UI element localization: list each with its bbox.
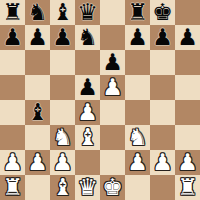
chess-board: ♜♞♝♛♜♚♟♟♟♞♟♟♟♟♟♟♝♟♞♝♞♟♟♟♟♟♟♜♝♛♚♜ (0, 0, 200, 200)
black-rook: ♜ (127, 0, 148, 25)
square-b6[interactable] (25, 50, 50, 75)
square-b3[interactable] (25, 125, 50, 150)
square-d2[interactable] (75, 150, 100, 175)
square-c6[interactable] (50, 50, 75, 75)
white-rook: ♜ (177, 175, 198, 200)
square-e6[interactable]: ♟ (100, 50, 125, 75)
white-pawn: ♟ (152, 150, 173, 175)
black-bishop: ♝ (27, 100, 48, 125)
square-e8[interactable] (100, 0, 125, 25)
white-pawn: ♟ (52, 150, 73, 175)
square-a8[interactable]: ♜ (0, 0, 25, 25)
square-f3[interactable]: ♞ (125, 125, 150, 150)
square-b7[interactable]: ♟ (25, 25, 50, 50)
square-f1[interactable] (125, 175, 150, 200)
black-rook: ♜ (2, 0, 23, 25)
square-c1[interactable]: ♝ (50, 175, 75, 200)
white-knight: ♞ (127, 125, 148, 150)
black-pawn: ♟ (77, 75, 98, 100)
black-bishop: ♝ (52, 0, 73, 25)
white-queen: ♛ (77, 175, 98, 200)
black-pawn: ♟ (102, 50, 123, 75)
square-c8[interactable]: ♝ (50, 0, 75, 25)
square-c2[interactable]: ♟ (50, 150, 75, 175)
square-h6[interactable] (175, 50, 200, 75)
square-g4[interactable] (150, 100, 175, 125)
square-a4[interactable] (0, 100, 25, 125)
square-c3[interactable]: ♞ (50, 125, 75, 150)
square-g7[interactable]: ♟ (150, 25, 175, 50)
square-e3[interactable] (100, 125, 125, 150)
square-b1[interactable] (25, 175, 50, 200)
black-knight: ♞ (77, 25, 98, 50)
black-pawn: ♟ (152, 25, 173, 50)
square-b5[interactable] (25, 75, 50, 100)
square-g8[interactable]: ♚ (150, 0, 175, 25)
white-pawn: ♟ (127, 150, 148, 175)
white-rook: ♜ (2, 175, 23, 200)
black-pawn: ♟ (52, 25, 73, 50)
square-f2[interactable]: ♟ (125, 150, 150, 175)
square-g3[interactable] (150, 125, 175, 150)
square-h1[interactable]: ♜ (175, 175, 200, 200)
white-bishop: ♝ (52, 175, 73, 200)
square-c5[interactable] (50, 75, 75, 100)
white-pawn: ♟ (77, 100, 98, 125)
white-king: ♚ (102, 175, 123, 200)
square-e1[interactable]: ♚ (100, 175, 125, 200)
square-h8[interactable] (175, 0, 200, 25)
white-pawn: ♟ (102, 75, 123, 100)
square-e5[interactable]: ♟ (100, 75, 125, 100)
square-e2[interactable] (100, 150, 125, 175)
square-d5[interactable]: ♟ (75, 75, 100, 100)
square-a2[interactable]: ♟ (0, 150, 25, 175)
square-f6[interactable] (125, 50, 150, 75)
square-d6[interactable] (75, 50, 100, 75)
black-knight: ♞ (27, 0, 48, 25)
square-a7[interactable]: ♟ (0, 25, 25, 50)
square-a6[interactable] (0, 50, 25, 75)
square-a3[interactable] (0, 125, 25, 150)
black-queen: ♛ (77, 0, 98, 25)
white-pawn: ♟ (177, 150, 198, 175)
square-h5[interactable] (175, 75, 200, 100)
square-d8[interactable]: ♛ (75, 0, 100, 25)
black-pawn: ♟ (177, 25, 198, 50)
black-king: ♚ (152, 0, 173, 25)
square-h2[interactable]: ♟ (175, 150, 200, 175)
white-knight: ♞ (52, 125, 73, 150)
square-b2[interactable]: ♟ (25, 150, 50, 175)
square-d3[interactable]: ♝ (75, 125, 100, 150)
square-d7[interactable]: ♞ (75, 25, 100, 50)
square-e7[interactable] (100, 25, 125, 50)
square-f8[interactable]: ♜ (125, 0, 150, 25)
square-g5[interactable] (150, 75, 175, 100)
square-f4[interactable] (125, 100, 150, 125)
white-pawn: ♟ (27, 150, 48, 175)
square-h4[interactable] (175, 100, 200, 125)
square-h3[interactable] (175, 125, 200, 150)
square-h7[interactable]: ♟ (175, 25, 200, 50)
square-f7[interactable]: ♟ (125, 25, 150, 50)
square-g6[interactable] (150, 50, 175, 75)
square-b8[interactable]: ♞ (25, 0, 50, 25)
black-pawn: ♟ (127, 25, 148, 50)
square-d1[interactable]: ♛ (75, 175, 100, 200)
square-g1[interactable] (150, 175, 175, 200)
square-c4[interactable] (50, 100, 75, 125)
square-c7[interactable]: ♟ (50, 25, 75, 50)
white-bishop: ♝ (77, 125, 98, 150)
square-a1[interactable]: ♜ (0, 175, 25, 200)
square-f5[interactable] (125, 75, 150, 100)
square-a5[interactable] (0, 75, 25, 100)
black-pawn: ♟ (2, 25, 23, 50)
square-d4[interactable]: ♟ (75, 100, 100, 125)
black-pawn: ♟ (27, 25, 48, 50)
white-pawn: ♟ (2, 150, 23, 175)
square-g2[interactable]: ♟ (150, 150, 175, 175)
square-e4[interactable] (100, 100, 125, 125)
square-b4[interactable]: ♝ (25, 100, 50, 125)
